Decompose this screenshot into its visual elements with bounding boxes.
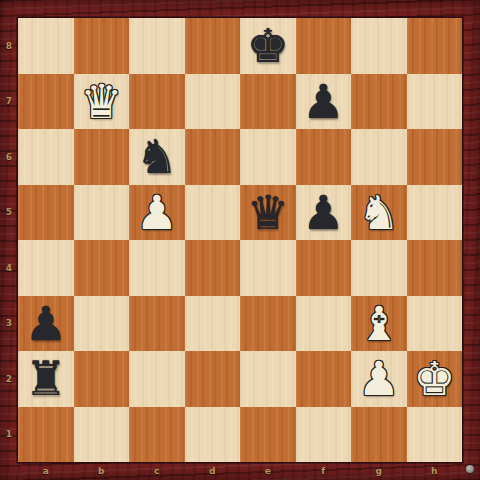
rank-label-7: 7 [0,74,18,130]
square-g3[interactable]: ♝ [351,296,407,352]
square-a5[interactable] [18,185,74,241]
square-b1[interactable] [74,407,130,463]
black-king[interactable]: ♚ [247,22,289,69]
square-f1[interactable] [296,407,352,463]
square-h4[interactable] [407,240,463,296]
square-e5[interactable]: ♛ [240,185,296,241]
file-label-c: c [129,462,185,480]
rank-label-8: 8 [0,18,18,74]
square-d5[interactable] [185,185,241,241]
square-f3[interactable] [296,296,352,352]
file-label-b: b [74,462,130,480]
square-g5[interactable]: ♞ [351,185,407,241]
square-h6[interactable] [407,129,463,185]
white-knight[interactable]: ♞ [358,189,400,236]
square-g7[interactable] [351,74,407,130]
white-bishop[interactable]: ♝ [358,300,400,347]
square-e6[interactable] [240,129,296,185]
square-a7[interactable] [18,74,74,130]
square-c4[interactable] [129,240,185,296]
square-f6[interactable] [296,129,352,185]
square-d8[interactable] [185,18,241,74]
square-e3[interactable] [240,296,296,352]
square-g4[interactable] [351,240,407,296]
file-label-d: d [185,462,241,480]
square-d2[interactable] [185,351,241,407]
square-b2[interactable] [74,351,130,407]
square-d4[interactable] [185,240,241,296]
square-d6[interactable] [185,129,241,185]
square-a6[interactable] [18,129,74,185]
rank-label-5: 5 [0,185,18,241]
black-pawn[interactable]: ♟ [302,78,344,125]
square-f2[interactable] [296,351,352,407]
black-queen[interactable]: ♛ [247,189,289,236]
square-g2[interactable]: ♟ [351,351,407,407]
square-b7[interactable]: ♛ [74,74,130,130]
file-label-h: h [407,462,463,480]
square-a8[interactable] [18,18,74,74]
black-pawn[interactable]: ♟ [302,189,344,236]
square-e4[interactable] [240,240,296,296]
square-d1[interactable] [185,407,241,463]
rank-label-4: 4 [0,240,18,296]
square-e1[interactable] [240,407,296,463]
square-b8[interactable] [74,18,130,74]
white-pawn[interactable]: ♟ [136,189,178,236]
square-c6[interactable]: ♞ [129,129,185,185]
square-f7[interactable]: ♟ [296,74,352,130]
square-b6[interactable] [74,129,130,185]
rank-label-3: 3 [0,296,18,352]
square-a1[interactable] [18,407,74,463]
white-king[interactable]: ♚ [413,355,455,402]
file-label-a: a [18,462,74,480]
square-b3[interactable] [74,296,130,352]
square-f8[interactable] [296,18,352,74]
square-c3[interactable] [129,296,185,352]
white-pawn[interactable]: ♟ [358,355,400,402]
square-c1[interactable] [129,407,185,463]
square-a2[interactable]: ♜ [18,351,74,407]
rank-label-1: 1 [0,407,18,463]
square-h1[interactable] [407,407,463,463]
square-h2[interactable]: ♚ [407,351,463,407]
square-h8[interactable] [407,18,463,74]
black-rook[interactable]: ♜ [25,355,67,402]
square-b5[interactable] [74,185,130,241]
square-h3[interactable] [407,296,463,352]
corner-stud-icon [466,465,474,473]
file-label-g: g [351,462,407,480]
black-knight[interactable]: ♞ [136,133,178,180]
square-a4[interactable] [18,240,74,296]
square-c8[interactable] [129,18,185,74]
square-h7[interactable] [407,74,463,130]
rank-label-6: 6 [0,129,18,185]
square-g8[interactable] [351,18,407,74]
square-d3[interactable] [185,296,241,352]
square-f5[interactable]: ♟ [296,185,352,241]
square-e8[interactable]: ♚ [240,18,296,74]
rank-label-2: 2 [0,351,18,407]
square-g6[interactable] [351,129,407,185]
square-e7[interactable] [240,74,296,130]
square-c5[interactable]: ♟ [129,185,185,241]
square-h5[interactable] [407,185,463,241]
square-e2[interactable] [240,351,296,407]
file-label-e: e [240,462,296,480]
square-a3[interactable]: ♟ [18,296,74,352]
square-g1[interactable] [351,407,407,463]
square-d7[interactable] [185,74,241,130]
chess-board: ♚♛♟♞♟♛♟♞♟♝♜♟♚ [18,18,462,462]
square-b4[interactable] [74,240,130,296]
white-queen[interactable]: ♛ [80,78,122,125]
black-pawn[interactable]: ♟ [25,300,67,347]
file-label-f: f [296,462,352,480]
square-c2[interactable] [129,351,185,407]
square-f4[interactable] [296,240,352,296]
square-c7[interactable] [129,74,185,130]
